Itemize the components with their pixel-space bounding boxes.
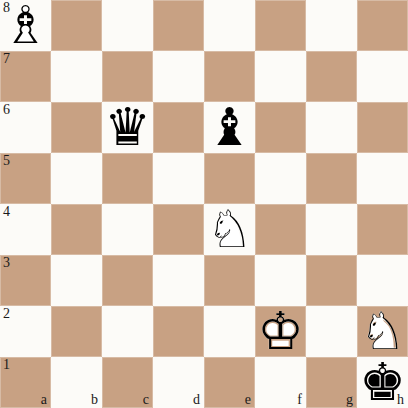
piece-solid: ♛ — [104, 100, 151, 152]
piece-black-bishop[interactable]: ♝ — [204, 102, 255, 153]
square-f1[interactable]: f — [255, 357, 306, 408]
piece-white-king[interactable]: ♚♔ — [255, 306, 306, 357]
square-d1[interactable]: d — [153, 357, 204, 408]
square-d6[interactable] — [153, 102, 204, 153]
square-g5[interactable] — [306, 153, 357, 204]
piece-outline: ♔ — [257, 304, 304, 356]
file-label-b: b — [91, 393, 98, 407]
square-a5[interactable]: 5 — [0, 153, 51, 204]
square-b7[interactable] — [51, 51, 102, 102]
square-h6[interactable] — [357, 102, 408, 153]
piece-white-fill: ♝ — [2, 0, 49, 50]
piece-outline: ♘ — [359, 304, 406, 356]
square-d2[interactable] — [153, 306, 204, 357]
square-e8[interactable] — [204, 0, 255, 51]
file-label-e: e — [245, 393, 251, 407]
square-e2[interactable] — [204, 306, 255, 357]
square-a3[interactable]: 3 — [0, 255, 51, 306]
square-f6[interactable] — [255, 102, 306, 153]
square-a6[interactable]: 6 — [0, 102, 51, 153]
square-c6[interactable]: ♛ — [102, 102, 153, 153]
piece-white-knight[interactable]: ♞♘ — [357, 306, 408, 357]
square-d8[interactable] — [153, 0, 204, 51]
square-f4[interactable] — [255, 204, 306, 255]
square-d4[interactable] — [153, 204, 204, 255]
square-f2[interactable]: ♚♔ — [255, 306, 306, 357]
square-b1[interactable]: b — [51, 357, 102, 408]
square-b8[interactable] — [51, 0, 102, 51]
file-label-f: f — [297, 393, 302, 407]
square-h8[interactable] — [357, 0, 408, 51]
rank-label-4: 4 — [3, 204, 10, 220]
square-a7[interactable]: 7 — [0, 51, 51, 102]
square-h5[interactable] — [357, 153, 408, 204]
piece-white-fill: ♞ — [359, 304, 406, 356]
square-d7[interactable] — [153, 51, 204, 102]
square-f8[interactable] — [255, 0, 306, 51]
square-c3[interactable] — [102, 255, 153, 306]
square-h4[interactable] — [357, 204, 408, 255]
rank-label-3: 3 — [3, 255, 10, 271]
square-a2[interactable]: 2 — [0, 306, 51, 357]
piece-outline: ♗ — [2, 0, 49, 50]
square-e4[interactable]: ♞♘ — [204, 204, 255, 255]
square-a8[interactable]: 8♝♗ — [0, 0, 51, 51]
square-f7[interactable] — [255, 51, 306, 102]
square-g3[interactable] — [306, 255, 357, 306]
rank-label-1: 1 — [3, 357, 10, 373]
square-h2[interactable]: ♞♘ — [357, 306, 408, 357]
square-g2[interactable] — [306, 306, 357, 357]
piece-black-queen[interactable]: ♛ — [102, 102, 153, 153]
chess-board: 8♝♗76♛♝54♞♘32♚♔♞♘1abcdefgh♚ — [0, 0, 408, 408]
square-a1[interactable]: 1a — [0, 357, 51, 408]
piece-white-knight[interactable]: ♞♘ — [204, 204, 255, 255]
square-g7[interactable] — [306, 51, 357, 102]
piece-solid: ♝ — [206, 100, 253, 152]
piece-white-fill: ♞ — [206, 202, 253, 254]
square-e5[interactable] — [204, 153, 255, 204]
square-e1[interactable]: e — [204, 357, 255, 408]
square-c7[interactable] — [102, 51, 153, 102]
square-e3[interactable] — [204, 255, 255, 306]
file-label-c: c — [143, 393, 149, 407]
rank-label-5: 5 — [3, 153, 10, 169]
file-label-d: d — [193, 393, 200, 407]
square-e7[interactable] — [204, 51, 255, 102]
square-b2[interactable] — [51, 306, 102, 357]
rank-label-7: 7 — [3, 51, 10, 67]
square-c5[interactable] — [102, 153, 153, 204]
square-g4[interactable] — [306, 204, 357, 255]
square-d5[interactable] — [153, 153, 204, 204]
square-h3[interactable] — [357, 255, 408, 306]
square-f3[interactable] — [255, 255, 306, 306]
square-h1[interactable]: h♚ — [357, 357, 408, 408]
square-c8[interactable] — [102, 0, 153, 51]
square-d3[interactable] — [153, 255, 204, 306]
rank-label-2: 2 — [3, 306, 10, 322]
square-b3[interactable] — [51, 255, 102, 306]
square-b6[interactable] — [51, 102, 102, 153]
square-g1[interactable]: g — [306, 357, 357, 408]
rank-label-6: 6 — [3, 102, 10, 118]
square-h7[interactable] — [357, 51, 408, 102]
piece-solid: ♚ — [359, 355, 406, 407]
square-b5[interactable] — [51, 153, 102, 204]
square-c1[interactable]: c — [102, 357, 153, 408]
piece-black-king[interactable]: ♚ — [357, 357, 408, 408]
piece-outline: ♘ — [206, 202, 253, 254]
file-label-g: g — [346, 393, 353, 407]
square-c2[interactable] — [102, 306, 153, 357]
square-c4[interactable] — [102, 204, 153, 255]
square-g6[interactable] — [306, 102, 357, 153]
piece-white-fill: ♚ — [257, 304, 304, 356]
square-f5[interactable] — [255, 153, 306, 204]
file-label-a: a — [41, 393, 47, 407]
piece-white-bishop[interactable]: ♝♗ — [0, 0, 51, 51]
square-g8[interactable] — [306, 0, 357, 51]
square-a4[interactable]: 4 — [0, 204, 51, 255]
square-b4[interactable] — [51, 204, 102, 255]
square-e6[interactable]: ♝ — [204, 102, 255, 153]
